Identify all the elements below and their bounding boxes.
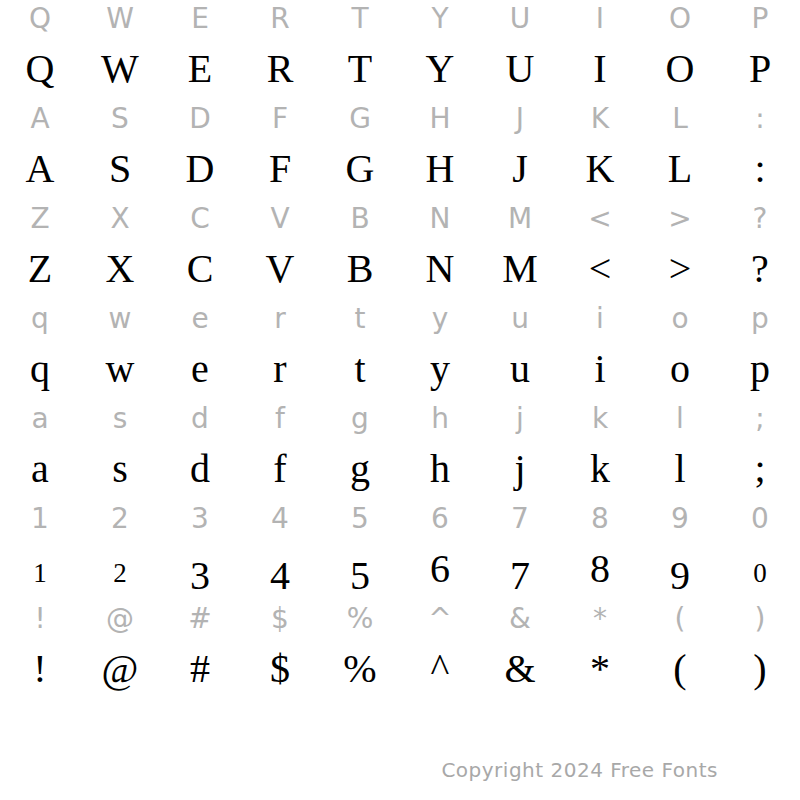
glyph-cell: o	[640, 300, 720, 338]
specimen-row-10-black: asdfghjkl;	[0, 438, 800, 500]
glyph-cell: 4	[240, 545, 320, 607]
glyph-cell: d	[160, 400, 240, 438]
glyph-cell: r	[240, 300, 320, 338]
glyph-cell: 5	[320, 545, 400, 607]
glyph-cell: ^	[400, 600, 480, 638]
glyph-cell: 2	[80, 542, 160, 604]
glyph-cell: :	[720, 138, 800, 200]
glyph-cell: 8	[560, 500, 640, 538]
glyph-cell: 5	[320, 500, 400, 538]
glyph-cell: g	[320, 438, 400, 500]
glyph-cell: :	[720, 100, 800, 138]
glyph-cell: i	[560, 300, 640, 338]
glyph-cell: t	[320, 338, 400, 400]
glyph-cell: 4	[240, 500, 320, 538]
glyph-cell: &	[480, 600, 560, 638]
glyph-cell: K	[560, 100, 640, 138]
glyph-cell: ?	[720, 200, 800, 238]
glyph-cell: f	[240, 438, 320, 500]
glyph-cell: $	[240, 638, 320, 700]
glyph-cell: 6	[400, 538, 480, 600]
glyph-cell: B	[320, 238, 400, 300]
specimen-row-13-gray: !@#$%^&*()	[0, 600, 800, 638]
glyph-cell: g	[320, 400, 400, 438]
glyph-cell: Y	[400, 38, 480, 100]
glyph-cell: s	[80, 400, 160, 438]
glyph-cell: Z	[0, 200, 80, 238]
glyph-cell: *	[560, 638, 640, 700]
glyph-cell: V	[240, 238, 320, 300]
glyph-cell: e	[160, 300, 240, 338]
glyph-cell: B	[320, 200, 400, 238]
glyph-cell: ;	[720, 400, 800, 438]
glyph-cell: T	[320, 0, 400, 38]
glyph-cell: H	[400, 138, 480, 200]
glyph-cell: P	[720, 0, 800, 38]
glyph-cell: I	[560, 0, 640, 38]
glyph-cell: s	[80, 438, 160, 500]
glyph-cell: (	[640, 600, 720, 638]
glyph-cell: ?	[720, 238, 800, 300]
glyph-cell: o	[640, 338, 720, 400]
glyph-cell: %	[320, 638, 400, 700]
glyph-cell: k	[560, 400, 640, 438]
glyph-cell: l	[640, 438, 720, 500]
glyph-cell: d	[160, 438, 240, 500]
glyph-cell: @	[80, 600, 160, 638]
glyph-cell: *	[560, 600, 640, 638]
glyph-cell: <	[560, 238, 640, 300]
copyright-text: Copyright 2024 Free Fonts	[441, 758, 718, 782]
glyph-cell: S	[80, 138, 160, 200]
glyph-cell: y	[400, 300, 480, 338]
specimen-board: QWERTYUIOPQWERTYUIOPASDFGHJKL:ASDFGHJKL:…	[0, 0, 800, 700]
glyph-cell: %	[320, 600, 400, 638]
glyph-cell: L	[640, 138, 720, 200]
glyph-cell: 1	[0, 542, 80, 604]
glyph-cell: M	[480, 200, 560, 238]
glyph-cell: #	[160, 638, 240, 700]
glyph-cell: w	[80, 338, 160, 400]
glyph-cell: T	[320, 38, 400, 100]
glyph-cell: X	[80, 238, 160, 300]
glyph-cell: ^	[400, 638, 480, 700]
specimen-row-9-gray: asdfghjkl;	[0, 400, 800, 438]
glyph-cell: &	[480, 638, 560, 700]
glyph-cell: M	[480, 238, 560, 300]
glyph-cell: W	[80, 38, 160, 100]
glyph-cell: q	[0, 338, 80, 400]
specimen-row-3-gray: ASDFGHJKL:	[0, 100, 800, 138]
glyph-cell: P	[720, 38, 800, 100]
glyph-cell: y	[400, 338, 480, 400]
glyph-cell: !	[0, 600, 80, 638]
glyph-cell: j	[480, 438, 560, 500]
glyph-cell: K	[560, 138, 640, 200]
glyph-cell: Q	[0, 38, 80, 100]
glyph-cell: h	[400, 400, 480, 438]
glyph-cell: F	[240, 100, 320, 138]
glyph-cell: 9	[640, 500, 720, 538]
glyph-cell: )	[720, 600, 800, 638]
glyph-cell: q	[0, 300, 80, 338]
glyph-cell: 7	[480, 545, 560, 607]
glyph-cell: W	[80, 0, 160, 38]
glyph-cell: J	[480, 100, 560, 138]
specimen-row-14-black: !@#$%^&*()	[0, 638, 800, 700]
glyph-cell: f	[240, 400, 320, 438]
glyph-cell: S	[80, 100, 160, 138]
glyph-cell: p	[720, 338, 800, 400]
specimen-row-5-gray: ZXCVBNM<>?	[0, 200, 800, 238]
specimen-row-11-gray: 1234567890	[0, 500, 800, 538]
glyph-cell: A	[0, 100, 80, 138]
glyph-cell: A	[0, 138, 80, 200]
glyph-cell: D	[160, 100, 240, 138]
glyph-cell: Z	[0, 238, 80, 300]
glyph-cell: t	[320, 300, 400, 338]
glyph-cell: #	[160, 600, 240, 638]
glyph-cell: U	[480, 38, 560, 100]
glyph-cell: 2	[80, 500, 160, 538]
glyph-cell: 6	[400, 500, 480, 538]
glyph-cell: k	[560, 438, 640, 500]
glyph-cell: a	[0, 438, 80, 500]
glyph-cell: X	[80, 200, 160, 238]
glyph-cell: Q	[0, 0, 80, 38]
glyph-cell: r	[240, 338, 320, 400]
glyph-cell: ;	[720, 438, 800, 500]
glyph-cell: U	[480, 0, 560, 38]
glyph-cell: R	[240, 38, 320, 100]
specimen-row-4-black: ASDFGHJKL:	[0, 138, 800, 200]
glyph-cell: I	[560, 38, 640, 100]
glyph-cell: H	[400, 100, 480, 138]
glyph-cell: O	[640, 0, 720, 38]
glyph-cell: J	[480, 138, 560, 200]
glyph-cell: h	[400, 438, 480, 500]
glyph-cell: $	[240, 600, 320, 638]
glyph-cell: G	[320, 100, 400, 138]
glyph-cell: a	[0, 400, 80, 438]
glyph-cell: (	[640, 638, 720, 700]
glyph-cell: i	[560, 338, 640, 400]
glyph-cell: G	[320, 138, 400, 200]
glyph-cell: D	[160, 138, 240, 200]
glyph-cell: !	[0, 638, 80, 700]
glyph-cell: Y	[400, 0, 480, 38]
specimen-row-6-black: ZXCVBNM<>?	[0, 238, 800, 300]
specimen-row-2-black: QWERTYUIOP	[0, 38, 800, 100]
glyph-cell: e	[160, 338, 240, 400]
glyph-cell: 9	[640, 545, 720, 607]
glyph-cell: 3	[160, 500, 240, 538]
glyph-cell: E	[160, 38, 240, 100]
glyph-cell: N	[400, 200, 480, 238]
glyph-cell: @	[80, 638, 160, 700]
glyph-cell: C	[160, 238, 240, 300]
glyph-cell: )	[720, 638, 800, 700]
glyph-cell: C	[160, 200, 240, 238]
specimen-row-7-gray: qwertyuiop	[0, 300, 800, 338]
specimen-row-1-gray: QWERTYUIOP	[0, 0, 800, 38]
glyph-cell: F	[240, 138, 320, 200]
glyph-cell: <	[560, 200, 640, 238]
glyph-cell: 3	[160, 545, 240, 607]
glyph-cell: 0	[720, 542, 800, 604]
glyph-cell: >	[640, 238, 720, 300]
glyph-cell: j	[480, 400, 560, 438]
glyph-cell: u	[480, 338, 560, 400]
glyph-cell: R	[240, 0, 320, 38]
glyph-cell: L	[640, 100, 720, 138]
specimen-row-12-black: 1234567890	[0, 538, 800, 600]
glyph-cell: w	[80, 300, 160, 338]
glyph-cell: 0	[720, 500, 800, 538]
specimen-row-8-black: qwertyuiop	[0, 338, 800, 400]
glyph-cell: 8	[560, 538, 640, 600]
glyph-cell: V	[240, 200, 320, 238]
glyph-cell: O	[640, 38, 720, 100]
glyph-cell: 7	[480, 500, 560, 538]
glyph-cell: u	[480, 300, 560, 338]
glyph-cell: l	[640, 400, 720, 438]
glyph-cell: E	[160, 0, 240, 38]
glyph-cell: N	[400, 238, 480, 300]
glyph-cell: 1	[0, 500, 80, 538]
glyph-cell: >	[640, 200, 720, 238]
glyph-cell: p	[720, 300, 800, 338]
